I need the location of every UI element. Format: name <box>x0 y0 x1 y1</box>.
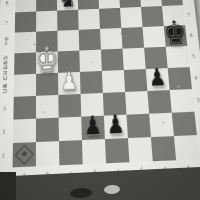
piece-white-king-b5: ♚ <box>35 43 58 78</box>
piece-black-pawn-g4: ♟ <box>147 66 166 91</box>
square-f3 <box>125 91 149 115</box>
rank-label-left-5: 5 <box>3 61 6 67</box>
piece-black-pawn-d2: ♟ <box>83 114 102 140</box>
square-h3 <box>169 89 194 113</box>
rank-label-right-5: 5 <box>191 53 195 59</box>
square-e7 <box>99 8 121 29</box>
rank-label-left-6: 6 <box>4 40 7 46</box>
piece-black-knight-c8: ♞ <box>58 0 76 11</box>
square-h1 <box>173 135 199 160</box>
piece-black-king-h6: ♚ <box>162 17 188 51</box>
square-e1 <box>104 138 128 163</box>
square-c1 <box>58 140 82 165</box>
square-f2 <box>126 114 150 138</box>
square-g1 <box>150 136 175 161</box>
square-d6 <box>78 29 100 51</box>
square-c3 <box>58 94 81 118</box>
square-a4 <box>13 74 35 97</box>
square-c6 <box>57 30 79 52</box>
square-g3 <box>147 90 171 114</box>
square-c2 <box>58 117 81 141</box>
rank-label-right-7: 7 <box>187 12 190 18</box>
square-b3 <box>36 95 59 119</box>
square-d4 <box>79 71 102 94</box>
square-f5 <box>122 48 145 70</box>
rank-label-left-2: 2 <box>2 128 5 135</box>
square-f4 <box>123 69 147 92</box>
rank-label-left-8: 8 <box>5 0 8 5</box>
rank-label-right-3: 3 <box>196 97 200 103</box>
square-g6 <box>142 26 165 48</box>
square-a5 <box>14 52 36 74</box>
rank-label-left-7: 7 <box>4 20 7 26</box>
square-d1 <box>81 139 105 164</box>
square-d5 <box>79 50 102 72</box>
square-a3 <box>13 96 36 120</box>
square-b7 <box>36 11 57 32</box>
square-a8 <box>15 0 36 12</box>
rank-label-left-3: 3 <box>2 105 5 111</box>
square-a7 <box>14 12 35 33</box>
square-e5 <box>100 49 123 71</box>
piece-white-pawn-c4: ♟ <box>60 70 78 95</box>
square-h2 <box>171 112 196 136</box>
square-g7 <box>141 6 164 27</box>
square-g2 <box>149 113 174 137</box>
rank-label-left-1: 1 <box>1 152 4 159</box>
piece-black-pawn-e2: ♟ <box>106 113 125 139</box>
square-b1 <box>35 141 58 166</box>
square-b2 <box>35 118 58 142</box>
rank-label-right-6: 6 <box>189 32 193 38</box>
square-f1 <box>127 137 152 162</box>
square-f7 <box>120 7 143 28</box>
square-c7 <box>57 10 79 31</box>
rank-label-right-4: 4 <box>193 75 197 81</box>
square-e4 <box>101 70 124 93</box>
photo-grain <box>0 0 1 1</box>
square-a6 <box>14 32 36 54</box>
board-frame: ® US CHESS abcdefgh8877665544332211 ♞♚♚♟… <box>0 0 200 192</box>
square-d7 <box>78 9 100 30</box>
square-h4 <box>167 67 191 90</box>
rank-label-right-2: 2 <box>198 120 200 127</box>
table-shadow-corner <box>0 172 16 200</box>
square-f6 <box>121 27 144 49</box>
photo-of-chessboard: ® US CHESS abcdefgh8877665544332211 ♞♚♚♟… <box>0 0 200 200</box>
square-e6 <box>99 28 122 50</box>
rank-label-left-4: 4 <box>3 83 6 89</box>
square-a2 <box>12 119 35 143</box>
